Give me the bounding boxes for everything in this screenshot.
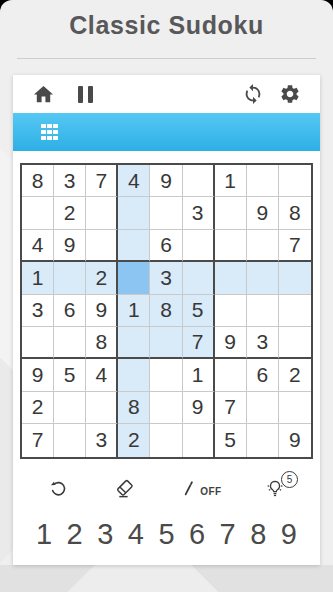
- sudoku-cell-r5c3[interactable]: 9: [86, 295, 118, 327]
- sudoku-cell-r7c8[interactable]: 6: [247, 359, 279, 391]
- sudoku-cell-r6c6[interactable]: 7: [183, 327, 215, 359]
- numpad-4[interactable]: 4: [128, 520, 144, 549]
- sudoku-cell-r3c7[interactable]: [215, 230, 247, 262]
- sudoku-cell-r8c8[interactable]: [247, 392, 279, 424]
- sudoku-cell-r5c7[interactable]: [215, 295, 247, 327]
- eraser-button[interactable]: [112, 476, 137, 501]
- sudoku-cell-r8c3[interactable]: [86, 392, 118, 424]
- sudoku-cell-r2c1[interactable]: [22, 197, 54, 229]
- sudoku-cell-r2c2[interactable]: 2: [54, 197, 86, 229]
- sudoku-cell-r1c8[interactable]: [247, 165, 279, 197]
- sudoku-cell-r4c3[interactable]: 2: [86, 262, 118, 294]
- sudoku-cell-r1c5[interactable]: 9: [150, 165, 182, 197]
- sudoku-cell-r3c3[interactable]: [86, 230, 118, 262]
- sudoku-grid: 8374912398496712336918587939541622897732…: [20, 163, 313, 459]
- sudoku-cell-r9c7[interactable]: 5: [215, 424, 247, 456]
- pause-icon: [78, 86, 83, 103]
- sudoku-cell-r6c9[interactable]: [279, 327, 311, 359]
- sudoku-cell-r8c5[interactable]: [150, 392, 182, 424]
- sudoku-cell-r7c6[interactable]: 1: [183, 359, 215, 391]
- sudoku-cell-r5c2[interactable]: 6: [54, 295, 86, 327]
- numpad-2[interactable]: 2: [67, 520, 83, 549]
- numpad-5[interactable]: 5: [158, 520, 174, 549]
- sudoku-cell-r7c5[interactable]: [150, 359, 182, 391]
- sudoku-cell-r4c5[interactable]: 3: [150, 262, 182, 294]
- settings-button[interactable]: [279, 83, 301, 105]
- sudoku-cell-r2c5[interactable]: [150, 197, 182, 229]
- app-screen: Classic Sudoku 83749123984967123369: [0, 0, 333, 592]
- sudoku-cell-r8c4[interactable]: 8: [118, 392, 150, 424]
- game-card: 8374912398496712336918587939541622897732…: [13, 75, 320, 565]
- sudoku-cell-r7c9[interactable]: 2: [279, 359, 311, 391]
- sudoku-cell-r9c2[interactable]: [54, 424, 86, 456]
- restart-button[interactable]: [242, 83, 264, 105]
- sudoku-cell-r5c1[interactable]: 3: [22, 295, 54, 327]
- sudoku-cell-r5c5[interactable]: 8: [150, 295, 182, 327]
- sudoku-cell-r7c1[interactable]: 9: [22, 359, 54, 391]
- pencil-button[interactable]: OFF: [178, 478, 221, 500]
- sudoku-cell-r5c8[interactable]: [247, 295, 279, 327]
- sudoku-cell-r1c3[interactable]: 7: [86, 165, 118, 197]
- gear-icon: [279, 83, 301, 105]
- sudoku-cell-r7c3[interactable]: 4: [86, 359, 118, 391]
- numpad-8[interactable]: 8: [250, 520, 266, 549]
- restart-icon: [242, 83, 264, 105]
- pause-button[interactable]: [78, 86, 93, 103]
- sudoku-cell-r5c6[interactable]: 5: [183, 295, 215, 327]
- sudoku-cell-r4c6[interactable]: [183, 262, 215, 294]
- sudoku-cell-r8c1[interactable]: 2: [22, 392, 54, 424]
- hint-count-badge: 5: [281, 471, 298, 488]
- sudoku-cell-r3c1[interactable]: 4: [22, 230, 54, 262]
- pause-icon: [88, 86, 93, 103]
- sudoku-cell-r8c7[interactable]: 7: [215, 392, 247, 424]
- numpad-7[interactable]: 7: [220, 520, 236, 549]
- sudoku-cell-r6c2[interactable]: [54, 327, 86, 359]
- numpad-9[interactable]: 9: [281, 520, 297, 549]
- pencil-state-label: OFF: [200, 486, 221, 497]
- pencil-icon: [178, 478, 198, 500]
- sudoku-cell-r4c7[interactable]: [215, 262, 247, 294]
- sudoku-cell-r9c4[interactable]: 2: [118, 424, 150, 456]
- sudoku-cell-r3c5[interactable]: 6: [150, 230, 182, 262]
- sudoku-cell-r6c4[interactable]: [118, 327, 150, 359]
- eraser-icon: [112, 476, 137, 501]
- sudoku-cell-r2c3[interactable]: [86, 197, 118, 229]
- sudoku-cell-r4c2[interactable]: [54, 262, 86, 294]
- home-button[interactable]: [32, 83, 55, 106]
- sudoku-cell-r8c9[interactable]: [279, 392, 311, 424]
- top-toolbar: [13, 75, 320, 113]
- sudoku-cell-r2c8[interactable]: 9: [247, 197, 279, 229]
- grid-icon[interactable]: [41, 124, 58, 141]
- undo-icon: [46, 477, 70, 501]
- sudoku-cell-r7c2[interactable]: 5: [54, 359, 86, 391]
- sudoku-cell-r2c7[interactable]: [215, 197, 247, 229]
- sudoku-cell-r4c4[interactable]: [118, 262, 150, 294]
- sudoku-cell-r9c3[interactable]: 3: [86, 424, 118, 456]
- board-header-bar: [13, 113, 320, 151]
- sudoku-cell-r5c9[interactable]: [279, 295, 311, 327]
- sudoku-cell-r3c2[interactable]: 9: [54, 230, 86, 262]
- numpad-3[interactable]: 3: [97, 520, 113, 549]
- sudoku-cell-r6c1[interactable]: [22, 327, 54, 359]
- sudoku-cell-r2c6[interactable]: 3: [183, 197, 215, 229]
- page-title: Classic Sudoku: [0, 11, 333, 40]
- sudoku-cell-r6c7[interactable]: 9: [215, 327, 247, 359]
- sudoku-cell-r5c4[interactable]: 1: [118, 295, 150, 327]
- sudoku-cell-r3c6[interactable]: [183, 230, 215, 262]
- sudoku-cell-r1c7[interactable]: 1: [215, 165, 247, 197]
- undo-button[interactable]: [46, 477, 70, 501]
- sudoku-cell-r1c9[interactable]: [279, 165, 311, 197]
- numpad-1[interactable]: 1: [36, 520, 52, 549]
- sudoku-cell-r2c9[interactable]: 8: [279, 197, 311, 229]
- sudoku-cell-r9c9[interactable]: 9: [279, 424, 311, 456]
- numpad-6[interactable]: 6: [189, 520, 205, 549]
- sudoku-cell-r8c6[interactable]: 9: [183, 392, 215, 424]
- sudoku-cell-r7c4[interactable]: [118, 359, 150, 391]
- sudoku-cell-r3c9[interactable]: 7: [279, 230, 311, 262]
- sudoku-cell-r9c5[interactable]: [150, 424, 182, 456]
- sudoku-cell-r6c5[interactable]: [150, 327, 182, 359]
- sudoku-cell-r2c4[interactable]: [118, 197, 150, 229]
- sudoku-cell-r6c3[interactable]: 8: [86, 327, 118, 359]
- sudoku-cell-r8c2[interactable]: [54, 392, 86, 424]
- sudoku-cell-r9c6[interactable]: [183, 424, 215, 456]
- sudoku-cell-r1c4[interactable]: 4: [118, 165, 150, 197]
- home-icon: [32, 83, 55, 106]
- sudoku-cell-r3c8[interactable]: [247, 230, 279, 262]
- sudoku-cell-r3c4[interactable]: [118, 230, 150, 262]
- sudoku-cell-r1c2[interactable]: 3: [54, 165, 86, 197]
- sudoku-cell-r4c1[interactable]: 1: [22, 262, 54, 294]
- sudoku-cell-r4c9[interactable]: [279, 262, 311, 294]
- title-divider: [17, 58, 316, 59]
- sudoku-cell-r7c7[interactable]: [215, 359, 247, 391]
- number-pad: 1 2 3 4 5 6 7 8 9: [13, 515, 320, 555]
- bottom-toolbar: OFF 5: [13, 470, 320, 508]
- sudoku-cell-r6c8[interactable]: 3: [247, 327, 279, 359]
- sudoku-cell-r1c1[interactable]: 8: [22, 165, 54, 197]
- sudoku-cell-r4c8[interactable]: [247, 262, 279, 294]
- sudoku-cell-r1c6[interactable]: [183, 165, 215, 197]
- sudoku-cell-r9c8[interactable]: [247, 424, 279, 456]
- sudoku-cell-r9c1[interactable]: 7: [22, 424, 54, 456]
- hint-button[interactable]: 5: [263, 477, 287, 501]
